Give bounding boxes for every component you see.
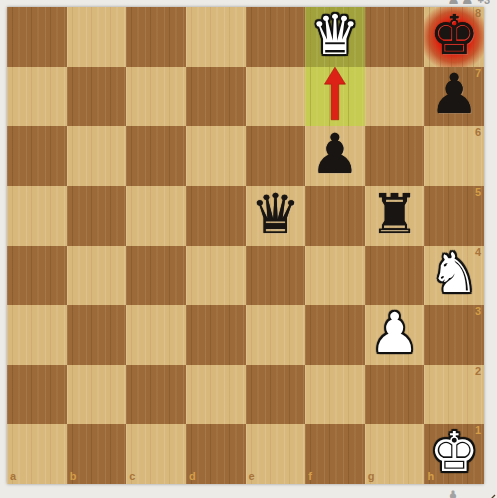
square-b5[interactable] (67, 186, 127, 246)
square-b2[interactable] (67, 365, 127, 425)
captured-pieces-bottom: ♟ (441, 487, 465, 498)
square-f2[interactable] (305, 365, 365, 425)
square-c8[interactable] (126, 7, 186, 67)
square-a8[interactable] (7, 7, 67, 67)
square-c3[interactable] (126, 305, 186, 365)
square-f4[interactable] (305, 246, 365, 306)
square-g6[interactable] (365, 126, 425, 186)
square-g4[interactable] (365, 246, 425, 306)
square-d7[interactable] (186, 67, 246, 127)
square-f8[interactable]: ♛ (305, 7, 365, 67)
square-e8[interactable] (246, 7, 306, 67)
square-b3[interactable] (67, 305, 127, 365)
square-d2[interactable] (186, 365, 246, 425)
piece-black-rook[interactable]: ♜ (365, 186, 425, 246)
square-d3[interactable] (186, 305, 246, 365)
square-c6[interactable] (126, 126, 186, 186)
rank-label-6: 6 (475, 127, 481, 138)
resize-grip-icon (487, 493, 496, 498)
square-e2[interactable] (246, 365, 306, 425)
square-h8[interactable]: 8♚ (424, 7, 484, 67)
square-e5[interactable]: ♛ (246, 186, 306, 246)
file-label-d: d (189, 471, 196, 482)
square-f7[interactable] (305, 67, 365, 127)
captured-pawn-icon: ♟ (461, 0, 474, 6)
square-a1[interactable]: a (7, 424, 67, 484)
captured-pawn-icon: ♟ (447, 0, 460, 6)
square-d4[interactable] (186, 246, 246, 306)
piece-black-queen[interactable]: ♛ (246, 186, 306, 246)
file-label-g: g (368, 471, 375, 482)
square-g3[interactable]: ♟ (365, 305, 425, 365)
piece-white-queen[interactable]: ♛ (305, 7, 365, 67)
square-f5[interactable] (305, 186, 365, 246)
rank-label-2: 2 (475, 366, 481, 377)
piece-black-pawn[interactable]: ♟ (305, 126, 365, 186)
square-c7[interactable] (126, 67, 186, 127)
square-g2[interactable] (365, 365, 425, 425)
square-g5[interactable]: ♜ (365, 186, 425, 246)
chess-app-window: ♛8♚7♟♟6♛♜54♞♟32abcdefg1h♚ ♟♟+3 ♟ (0, 0, 497, 498)
square-b1[interactable]: b (67, 424, 127, 484)
square-a5[interactable] (7, 186, 67, 246)
file-label-f: f (308, 471, 312, 482)
rank-label-3: 3 (475, 306, 481, 317)
square-h7[interactable]: 7♟ (424, 67, 484, 127)
square-f6[interactable]: ♟ (305, 126, 365, 186)
square-g7[interactable] (365, 67, 425, 127)
piece-black-pawn[interactable]: ♟ (424, 67, 484, 127)
board-resize-handle[interactable] (487, 488, 496, 497)
square-c4[interactable] (126, 246, 186, 306)
square-c5[interactable] (126, 186, 186, 246)
square-h5[interactable]: 5 (424, 186, 484, 246)
file-label-a: a (10, 471, 16, 482)
file-label-c: c (129, 471, 135, 482)
square-c1[interactable]: c (126, 424, 186, 484)
square-d1[interactable]: d (186, 424, 246, 484)
captured-pieces-top: ♟♟+3 (447, 0, 490, 6)
square-b8[interactable] (67, 7, 127, 67)
square-h1[interactable]: 1h♚ (424, 424, 484, 484)
chess-board: ♛8♚7♟♟6♛♜54♞♟32abcdefg1h♚ (7, 7, 484, 484)
square-f3[interactable] (305, 305, 365, 365)
piece-black-king[interactable]: ♚ (424, 7, 484, 67)
square-h4[interactable]: 4♞ (424, 246, 484, 306)
square-a7[interactable] (7, 67, 67, 127)
square-e1[interactable]: e (246, 424, 306, 484)
material-score: +3 (477, 0, 490, 6)
square-a4[interactable] (7, 246, 67, 306)
square-h3[interactable]: 3 (424, 305, 484, 365)
square-b6[interactable] (67, 126, 127, 186)
square-b7[interactable] (67, 67, 127, 127)
square-a6[interactable] (7, 126, 67, 186)
square-h6[interactable]: 6 (424, 126, 484, 186)
square-g1[interactable]: g (365, 424, 425, 484)
square-d5[interactable] (186, 186, 246, 246)
square-g8[interactable] (365, 7, 425, 67)
piece-white-king[interactable]: ♚ (424, 424, 484, 484)
square-d8[interactable] (186, 7, 246, 67)
square-d6[interactable] (186, 126, 246, 186)
square-e7[interactable] (246, 67, 306, 127)
square-b4[interactable] (67, 246, 127, 306)
file-label-b: b (70, 471, 77, 482)
square-a2[interactable] (7, 365, 67, 425)
captured-pawn-icon: ♟ (441, 488, 465, 498)
piece-white-pawn[interactable]: ♟ (365, 305, 425, 365)
square-a3[interactable] (7, 305, 67, 365)
piece-white-knight[interactable]: ♞ (424, 246, 484, 306)
square-h2[interactable]: 2 (424, 365, 484, 425)
square-c2[interactable] (126, 365, 186, 425)
square-e3[interactable] (246, 305, 306, 365)
rank-label-5: 5 (475, 187, 481, 198)
file-label-e: e (249, 471, 255, 482)
square-e4[interactable] (246, 246, 306, 306)
square-e6[interactable] (246, 126, 306, 186)
square-f1[interactable]: f (305, 424, 365, 484)
